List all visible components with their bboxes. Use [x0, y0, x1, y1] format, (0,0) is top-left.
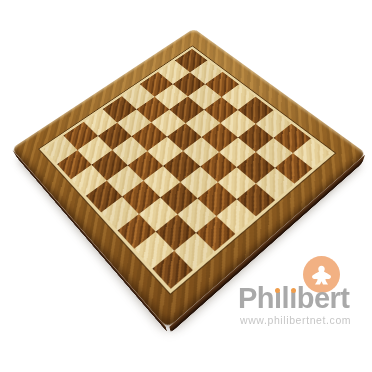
- square-g7: [256, 138, 293, 168]
- square-g2: [156, 214, 195, 250]
- board-inlay-border: [39, 46, 335, 293]
- square-d2: [107, 165, 143, 196]
- square-g3: [177, 198, 216, 232]
- square-c1: [71, 164, 107, 195]
- square-e2: [123, 181, 160, 214]
- square-e4: [163, 151, 200, 181]
- square-h3: [196, 215, 236, 251]
- square-g6: [237, 152, 275, 183]
- square-h2: [174, 232, 215, 269]
- square-f2: [139, 197, 177, 231]
- square-h6: [256, 167, 295, 199]
- site-url: www.philibertnet.com: [240, 314, 351, 326]
- square-g5: [218, 167, 256, 199]
- brand-i-dot-1: [275, 288, 280, 293]
- square-h4: [216, 199, 256, 234]
- square-e3: [143, 166, 180, 198]
- square-f1: [117, 213, 156, 248]
- square-e1: [101, 196, 139, 230]
- square-h7: [275, 153, 313, 184]
- board-grid: [43, 49, 330, 289]
- square-g4: [198, 182, 236, 215]
- square-f4: [180, 166, 217, 198]
- square-h8: [293, 138, 331, 168]
- product-photo: Phılıbert www.philibertnet.com: [0, 0, 372, 372]
- square-d1: [86, 180, 123, 212]
- brand-i-dot-2: [291, 288, 296, 293]
- square-g1: [134, 231, 174, 268]
- square-h1: [152, 250, 193, 289]
- square-h5: [236, 183, 275, 216]
- square-f5: [200, 152, 237, 183]
- square-f3: [160, 181, 198, 214]
